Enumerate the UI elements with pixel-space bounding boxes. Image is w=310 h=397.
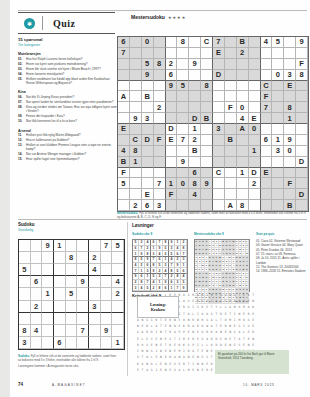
cell-r1c3: 9 (42, 240, 54, 252)
cell-r13c12: D (249, 168, 261, 179)
cell-r6c10 (225, 91, 237, 102)
cell-r15c2 (130, 189, 142, 200)
cell-r1c9: 7 (213, 37, 225, 48)
cell-r2c8 (201, 48, 213, 59)
cell-r2c14 (272, 48, 284, 59)
cell-r9c1: 3 (19, 337, 31, 349)
cell-r3c5 (66, 264, 78, 276)
cell-r11c15: 0 (284, 146, 296, 157)
cell-r3c3 (42, 264, 54, 276)
cell-r1c7 (89, 240, 101, 252)
cell-r3c16: F (296, 59, 308, 70)
cell-r5c9 (213, 81, 225, 92)
cell-r1c14: 5 (272, 37, 284, 48)
cell-r11c2: 8 (130, 146, 142, 157)
cell-r1c6: 8 (177, 37, 189, 48)
cell-r3c13 (261, 59, 273, 70)
cell-r6c7 (189, 91, 201, 102)
cell-r15c1 (118, 189, 130, 200)
cell-r8c6 (177, 113, 189, 124)
cell-r1c1: 6 (118, 37, 130, 48)
cell-r11c6 (177, 146, 189, 157)
cell-r14c14 (272, 178, 284, 189)
cell-r9c9: 3 (213, 124, 225, 135)
cell-r3c1 (118, 59, 130, 70)
cell-r2c5 (166, 48, 178, 59)
cell-r2c5: 8 (66, 252, 78, 264)
cell-r4c3 (42, 276, 54, 288)
cell-r6c3 (42, 301, 54, 313)
cell-r6c16 (296, 91, 308, 102)
crossword-solution-word-box: Løsning: Krakow (137, 296, 179, 318)
cell-r7c13: 7 (261, 102, 273, 113)
sudoku-caption: Sudoku. Fyll ut feltene slik at de vannr… (18, 355, 120, 369)
cell-r11c16 (296, 146, 308, 157)
cell-r3c8 (201, 59, 213, 70)
cell-r7c9 (213, 102, 225, 113)
cell-r8c1: 8 (19, 325, 31, 337)
cell-r3c6 (177, 59, 189, 70)
question-text: Hva het Ralph Laurens første kolleksjon? (26, 58, 117, 62)
cell-r5c8 (101, 288, 113, 300)
cell-r2c9: E (213, 48, 225, 59)
answer-line: 09. Ja 10. 2015 11. Årets spiller i Lond… (256, 256, 308, 265)
cell-r9c10 (225, 124, 237, 135)
cell-r4c7 (89, 276, 101, 288)
cell-r16c1 (118, 200, 130, 211)
cell-r6c9 (112, 301, 124, 313)
cell-r8c13 (261, 113, 273, 124)
cell-r2c10 (225, 48, 237, 59)
cell-r2c8 (101, 252, 113, 264)
cell-r7c4: 2 (154, 102, 166, 113)
cell-r7c7 (189, 102, 201, 113)
cell-r6c6 (77, 301, 89, 313)
quiz-column: 15 spørsmål Tre kategorier Motebransjen0… (18, 37, 117, 163)
cell-r16c10: A (225, 200, 237, 211)
cell-r14c10 (225, 178, 237, 189)
cell-r9c16 (296, 124, 308, 135)
cell-r9c13 (261, 124, 273, 135)
quiz-question: 08.Kina og verden strides om Taiwan. Hva… (18, 106, 117, 114)
cell-r5c5: 9 (166, 81, 178, 92)
cell-r16c16 (296, 200, 308, 211)
cell-r5c11 (237, 81, 249, 92)
cell-r13c15 (284, 168, 296, 179)
cell-r15c3: E (142, 189, 154, 200)
cell-r5c4 (154, 81, 166, 92)
cell-r8c9 (213, 113, 225, 124)
question-text: Hvem ble skutt utenfor sitt hjem i Miami… (26, 68, 117, 72)
cell-r10c10: B (225, 135, 237, 146)
cell-r2c6 (77, 252, 89, 264)
cell-r2c12 (249, 48, 261, 59)
cell-r11c1: 4 (118, 146, 130, 157)
cell-r4c9: D (213, 70, 225, 81)
cell-r7c2 (130, 102, 142, 113)
cell-r10c4: F (154, 135, 166, 146)
cell-r8c1 (118, 113, 130, 124)
quiz-question: 01.Hva het Ralph Laurens første kolleksj… (18, 58, 117, 62)
cell-r6c7: 3 (89, 301, 101, 313)
cell-r9c1: E (118, 124, 130, 135)
cell-r11c5 (166, 146, 178, 157)
cell-r16c14 (272, 200, 284, 211)
cell-r13c9: C (213, 168, 225, 179)
cell-r12c14 (272, 157, 284, 168)
solutions-title: Løsninger (132, 223, 154, 228)
magazine-puzzle-page: ✱ Quiz 15 spørsmål Tre kategorier Motebr… (10, 0, 310, 397)
solution-mestersudoku-label: Mestersudoku uke 9 (194, 232, 224, 236)
cell-r8c10 (225, 113, 237, 124)
cell-r1c4 (154, 37, 166, 48)
question-number: 15. (18, 158, 26, 162)
cell-r12c15 (284, 157, 296, 168)
cell-r13c6 (177, 168, 189, 179)
question-number: 10. (18, 120, 26, 124)
cell-r3c15 (284, 59, 296, 70)
cell-r2c3 (142, 48, 154, 59)
cell-r11c3 (142, 146, 154, 157)
cell-r14c3 (142, 178, 154, 189)
cell-r2c4 (154, 48, 166, 59)
cell-r9c7: 1 (189, 124, 201, 135)
cell-r7c11: 0 (237, 102, 249, 113)
cell-r9c8 (101, 337, 113, 349)
question-text: Når fikk kineserne lov til å få to barn? (26, 120, 117, 124)
cell-r12c5 (166, 157, 178, 168)
cell-r13c16 (296, 168, 308, 179)
mid-rule (18, 219, 307, 220)
cell-r11c12: 1 (249, 146, 261, 157)
cell-r4c8 (201, 70, 213, 81)
quiz-category: Motebransjen (18, 52, 117, 56)
sudoku-caption-line2: Løsningene kommer i A-magasinet neste uk… (18, 365, 120, 369)
cell-r8c3 (42, 325, 54, 337)
cell-r7c3 (42, 313, 54, 325)
cell-r9c9: 9 (181, 285, 187, 291)
cell-r2c3 (42, 252, 54, 264)
cell-r14c7: 8 (189, 178, 201, 189)
cell-r1c5 (166, 37, 178, 48)
cell-r2c7: 2 (89, 252, 101, 264)
top-rule (18, 10, 307, 11)
cell-r6c6 (177, 91, 189, 102)
cell-r8c7: D (189, 113, 201, 124)
cell-r3c9 (112, 264, 124, 276)
cell-r9c4: 6 (54, 337, 66, 349)
cell-r2c15 (284, 48, 296, 59)
cell-r10c12 (249, 135, 261, 146)
cell-r7c3 (142, 102, 154, 113)
cell-r4c9: 4 (112, 276, 124, 288)
cell-r5c14 (272, 81, 284, 92)
cell-r12c1: B (118, 157, 130, 168)
quiz-question: 02.Hvem var kjent som punkens motedronni… (18, 63, 117, 67)
cell-r3c8 (101, 264, 113, 276)
sudoku-difficulty: Vanskelig (18, 228, 33, 232)
cell-r7c8 (201, 102, 213, 113)
cell-r9c9: 1 (112, 337, 124, 349)
cell-r4c11 (237, 70, 249, 81)
question-text: Hvem lanserte miniskjørtet? (26, 73, 117, 77)
quiz-question-list: Motebransjen01.Hva het Ralph Laurens før… (18, 52, 117, 162)
cell-r6c8 (101, 301, 113, 313)
cell-r4c4 (54, 276, 66, 288)
cell-r14c2 (130, 178, 142, 189)
cell-r14c1: 5 (118, 178, 130, 189)
quiz-asterisk-icon: ✱ (24, 18, 35, 29)
quiz-question: 10.Når fikk kineserne lov til å få to ba… (18, 120, 117, 124)
cell-r6c1 (19, 301, 31, 313)
cell-r12c6: 9 (177, 157, 189, 168)
cell-r9c6 (77, 337, 89, 349)
cell-r10c13: 6 (261, 135, 273, 146)
cell-r13c14 (272, 168, 284, 179)
solution-mestersudoku-grid: 0123456789ABCDEF456789ABCDEF012389ABCDEF… (194, 239, 250, 292)
cell-r1c15 (284, 37, 296, 48)
cell-r5c6: 5 (177, 81, 189, 92)
cell-r3c14 (272, 59, 284, 70)
cell-r13c13: E (261, 168, 273, 179)
cell-r8c2: 4 (31, 325, 43, 337)
cell-r14c11 (237, 178, 249, 189)
cell-r12c2: 1 (130, 157, 142, 168)
cell-r4c5: 6 (166, 70, 178, 81)
cell-r6c12 (249, 91, 261, 102)
solution-sudoku-grid: 5346789126721953481983425678597614234268… (132, 239, 188, 292)
cell-r1c2 (130, 37, 142, 48)
cell-r4c2: 6 (31, 276, 43, 288)
cell-r1c10 (225, 37, 237, 48)
cell-r12c12 (249, 157, 261, 168)
cell-r5c3 (142, 81, 154, 92)
solution-sudoku-label: Sudoku uke 9 (132, 232, 152, 236)
cell-r1c12 (249, 37, 261, 48)
cell-r14c9 (213, 178, 225, 189)
cell-r6c15 (284, 91, 296, 102)
cell-r11c9 (213, 146, 225, 157)
cell-r13c10 (225, 168, 237, 179)
cell-r15c4 (154, 189, 166, 200)
cell-r11c14: 3 (272, 146, 284, 157)
cell-r16c5 (166, 200, 178, 211)
question-text: Hvem var kjent som punkens motedronning? (26, 63, 117, 67)
cell-r11c10 (225, 146, 237, 157)
cell-r4c4 (154, 70, 166, 81)
cell-r13c2 (130, 168, 142, 179)
cell-r7c7 (89, 313, 101, 325)
cell-r6c13: F (261, 91, 273, 102)
question-number: 01. (18, 58, 26, 62)
quiz-answers-list: 01. Ciara 02. Vivienne Westwood03. Giann… (256, 239, 308, 274)
cell-r10c5: E (166, 135, 178, 146)
cell-r7c5 (66, 313, 78, 325)
cell-r5c7 (89, 288, 101, 300)
cell-r6c8 (201, 91, 213, 102)
mestersudoku-label: Mestersudoku★★★★ (131, 14, 186, 20)
cell-r11c11 (237, 146, 249, 157)
cell-r14c5: 1 (166, 178, 178, 189)
cell-r16c8 (201, 200, 213, 211)
cell-r4c1 (19, 276, 31, 288)
cell-r4c1 (118, 70, 130, 81)
cell-r8c5 (166, 113, 178, 124)
cell-r13c7: 6 (189, 168, 201, 179)
cell-r11c8 (201, 146, 213, 157)
magazine-name: A-MAGASINET (52, 383, 86, 387)
cell-r16c15: B (284, 200, 296, 211)
cell-r12c10 (225, 157, 237, 168)
cell-r12c7 (189, 157, 201, 168)
cell-r1c2 (31, 240, 43, 252)
cell-r6c4 (154, 91, 166, 102)
cell-r2c16 (296, 48, 308, 59)
cell-r7c6 (177, 102, 189, 113)
cell-r3c6 (77, 264, 89, 276)
cell-r9c4 (154, 124, 166, 135)
cell-r4c14: 0 (272, 70, 284, 81)
cell-r13c11: 1 (237, 168, 249, 179)
cell-r5c10 (225, 81, 237, 92)
cell-r13c3 (142, 168, 154, 179)
cell-r7c6 (77, 313, 89, 325)
cell-r2c1 (19, 252, 31, 264)
cell-r16c11: 8 (237, 200, 249, 211)
cell-r15c8 (201, 189, 213, 200)
cell-r12c13 (261, 157, 273, 168)
cell-r5c1 (19, 288, 31, 300)
cell-r2c7 (189, 48, 201, 59)
cell-r6c5 (66, 301, 78, 313)
cell-r4c15: 3 (284, 70, 296, 81)
cell-r2c11: 2 (237, 48, 249, 59)
cell-r12c9 (213, 157, 225, 168)
cell-r3c4 (54, 264, 66, 276)
cell-r14c16 (296, 178, 308, 189)
cell-r10c1 (118, 135, 130, 146)
cell-r8c9 (112, 325, 124, 337)
cell-r1c3: 0 (142, 37, 154, 48)
cell-r9c15 (284, 124, 296, 135)
cell-r1c4: 1 (54, 240, 66, 252)
cell-r9c8 (201, 124, 213, 135)
cell-r10c2: C (130, 135, 142, 146)
cell-r9c3 (142, 124, 154, 135)
cell-r5c4 (54, 288, 66, 300)
cell-r13c8 (201, 168, 213, 179)
cell-r14c13 (261, 178, 273, 189)
cell-r10c11 (237, 135, 249, 146)
cell-r3c2 (31, 264, 43, 276)
cell-r1c11: B (237, 37, 249, 48)
cell-r12c8 (201, 157, 213, 168)
difficulty-stars: ★★★★ (168, 15, 186, 20)
quiz-category: Kina (18, 90, 117, 94)
cell-r5c6 (77, 288, 89, 300)
cell-r9c12: 0 (249, 124, 261, 135)
cell-r7c16 (296, 102, 308, 113)
cell-r1c8: 7 (101, 240, 113, 252)
cell-r7c5 (166, 102, 178, 113)
quiz-title: Quiz (53, 18, 76, 29)
cell-r14c15: F (284, 178, 296, 189)
cell-r16c2: 2 (130, 200, 142, 211)
cell-r5c8: 8 (201, 81, 213, 92)
cell-r8c12: E (249, 113, 261, 124)
cell-r2c2 (31, 252, 43, 264)
cell-r16c7 (189, 200, 201, 211)
cell-r7c12 (249, 102, 261, 113)
cell-r1c16: 9 (296, 37, 308, 48)
cell-r8c3: 3 (142, 113, 154, 124)
page-number: 74 (18, 382, 23, 387)
cell-r11c7: B (189, 146, 201, 157)
cell-r5c3: 1 (42, 288, 54, 300)
cell-r9c6 (177, 124, 189, 135)
cell-r8c11: 4 (237, 113, 249, 124)
cell-r2c1: 7 (118, 48, 130, 59)
cell-r8c14 (272, 113, 284, 124)
question-text: Hvilken nordmann har kledd opp blant and… (26, 78, 117, 86)
cell-r16c4: 3 (154, 200, 166, 211)
question-text: Kina og verden strides om Taiwan. Hva va… (26, 106, 117, 114)
cell-r4c8 (101, 276, 113, 288)
cell-r16c9 (213, 200, 225, 211)
cell-r8c15: 1 (284, 113, 296, 124)
cell-r6c4 (54, 301, 66, 313)
crossword-solution-word-line2: Krakow (151, 307, 166, 312)
cell-r3c7: 4 (89, 264, 101, 276)
cell-r9c2 (31, 337, 43, 349)
header-divider (42, 16, 43, 30)
cell-r15c11 (237, 189, 249, 200)
cell-r1c7 (189, 37, 201, 48)
cell-r10c9 (213, 135, 225, 146)
question-text: Hvor spiller laget sine hjemmekamper? (26, 158, 117, 162)
cell-r4c5 (66, 276, 78, 288)
issue-date: 10. MARS 2023 (243, 383, 275, 387)
cell-r7c14 (272, 102, 284, 113)
cell-r7c2 (31, 313, 43, 325)
sudoku-label: Sudoku (18, 222, 35, 227)
cell-r2c4 (54, 252, 66, 264)
cell-r3c11 (237, 59, 249, 70)
question-text: Hvilket år vant klubben Premier League u… (26, 144, 117, 152)
cell-r7c15: 8 (284, 102, 296, 113)
cell-r4c10 (225, 70, 237, 81)
cell-r8c5 (66, 325, 78, 337)
cell-r4c6: 9 (77, 276, 89, 288)
quiz-question: 15.Hvor spiller laget sine hjemmekamper? (18, 158, 117, 162)
cell-r5c2 (130, 81, 142, 92)
cell-r5c2 (31, 288, 43, 300)
cell-r15c10 (225, 189, 237, 200)
column-divider (127, 222, 128, 376)
cell-r16c6 (177, 200, 189, 211)
cell-r14c12: 2 (249, 178, 261, 189)
quiz-header: ✱ Quiz (18, 12, 115, 34)
cell-r5c1 (118, 81, 130, 92)
cell-r4c6 (177, 70, 189, 81)
cell-r2c9 (112, 252, 124, 264)
cell-r7c10: F (225, 102, 237, 113)
cell-r10c14: 1 (272, 135, 284, 146)
quiz-question: 05.Hvilken nordmann har kledd opp blant … (18, 78, 117, 86)
cell-r1c6 (77, 240, 89, 252)
cell-r4c16: 8 (296, 70, 308, 81)
cell-r9c5: D (166, 124, 178, 135)
